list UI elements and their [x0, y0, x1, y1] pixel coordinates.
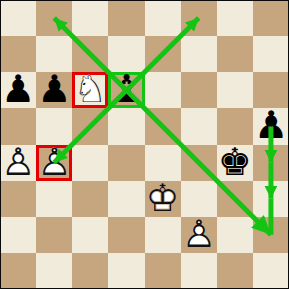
white-pawn-outline-glyph: ♙ [37, 144, 71, 180]
piece-white-pawn-a4[interactable]: ♟♙ [0, 145, 36, 181]
piece-black-pawn-b6[interactable]: ♟ [36, 72, 72, 108]
square-b1[interactable] [36, 253, 72, 289]
square-a3[interactable] [0, 181, 36, 217]
square-e1[interactable] [145, 253, 181, 289]
black-pawn-glyph: ♟ [37, 71, 71, 107]
square-h7[interactable] [253, 36, 289, 72]
black-bishop-glyph: ♝ [109, 71, 143, 107]
square-e6[interactable] [145, 72, 181, 108]
square-f7[interactable] [181, 36, 217, 72]
white-king-outline-glyph: ♔ [146, 180, 180, 216]
square-b2[interactable] [36, 217, 72, 253]
square-a1[interactable] [0, 253, 36, 289]
square-c2[interactable] [72, 217, 108, 253]
square-b3[interactable] [36, 181, 72, 217]
square-h2[interactable] [253, 217, 289, 253]
square-e7[interactable] [145, 36, 181, 72]
square-d4[interactable] [108, 145, 144, 181]
square-f4[interactable] [181, 145, 217, 181]
square-b8[interactable] [36, 0, 72, 36]
square-c3[interactable] [72, 181, 108, 217]
piece-white-king-e3[interactable]: ♚♔ [145, 181, 181, 217]
piece-white-pawn-b4[interactable]: ♟♙ [36, 145, 72, 181]
square-c8[interactable] [72, 0, 108, 36]
square-e2[interactable] [145, 217, 181, 253]
white-knight-outline-glyph: ♘ [73, 71, 107, 107]
square-h1[interactable] [253, 253, 289, 289]
piece-white-pawn-f2[interactable]: ♟♙ [181, 217, 217, 253]
square-d3[interactable] [108, 181, 144, 217]
square-e5[interactable] [145, 108, 181, 144]
chess-board[interactable]: ♟♟♞♘♝♟♟♙♟♙♚♚♔♟♙ [0, 0, 289, 289]
square-h8[interactable] [253, 0, 289, 36]
white-pawn-outline-glyph: ♙ [182, 216, 216, 252]
black-king-glyph: ♚ [218, 144, 252, 180]
square-e8[interactable] [145, 0, 181, 36]
square-c4[interactable] [72, 145, 108, 181]
piece-black-pawn-h5[interactable]: ♟ [253, 108, 289, 144]
piece-white-knight-c6[interactable]: ♞♘ [72, 72, 108, 108]
piece-black-pawn-a6[interactable]: ♟ [0, 72, 36, 108]
piece-black-bishop-d6[interactable]: ♝ [108, 72, 144, 108]
square-c5[interactable] [72, 108, 108, 144]
black-pawn-glyph: ♟ [254, 107, 288, 143]
square-g1[interactable] [217, 253, 253, 289]
square-g6[interactable] [217, 72, 253, 108]
square-d5[interactable] [108, 108, 144, 144]
square-a8[interactable] [0, 0, 36, 36]
square-c1[interactable] [72, 253, 108, 289]
square-f5[interactable] [181, 108, 217, 144]
square-g2[interactable] [217, 217, 253, 253]
square-d1[interactable] [108, 253, 144, 289]
square-g7[interactable] [217, 36, 253, 72]
square-f6[interactable] [181, 72, 217, 108]
square-g8[interactable] [217, 0, 253, 36]
black-pawn-glyph: ♟ [1, 71, 35, 107]
square-g3[interactable] [217, 181, 253, 217]
square-h3[interactable] [253, 181, 289, 217]
square-h4[interactable] [253, 145, 289, 181]
square-d8[interactable] [108, 0, 144, 36]
white-pawn-outline-glyph: ♙ [1, 144, 35, 180]
square-a2[interactable] [0, 217, 36, 253]
square-f1[interactable] [181, 253, 217, 289]
piece-black-king-g4[interactable]: ♚ [217, 145, 253, 181]
square-f8[interactable] [181, 0, 217, 36]
square-d2[interactable] [108, 217, 144, 253]
